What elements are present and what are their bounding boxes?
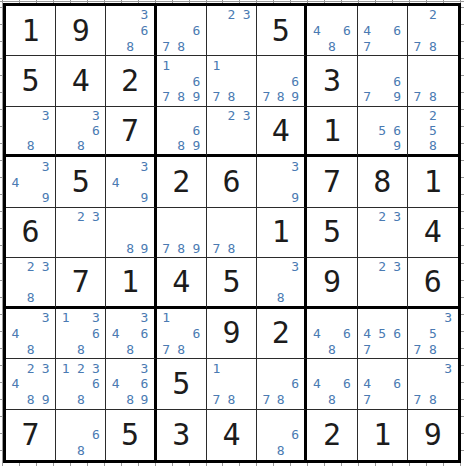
cell-r2c8[interactable]: 679	[358, 56, 408, 106]
pencil-mark: 3	[288, 259, 302, 274]
pencil-mark	[239, 392, 254, 408]
pencil-mark	[38, 325, 53, 341]
pencil-mark	[425, 376, 440, 392]
pencil-mark: 4	[309, 23, 324, 39]
big-digit: 6	[22, 217, 40, 247]
pencil-mark: 3	[38, 259, 53, 274]
big-digit: 7	[22, 420, 40, 450]
pencil-grid: 1368	[58, 310, 103, 357]
cell-r3c2[interactable]: 368	[56, 107, 106, 157]
pencil-mark	[209, 23, 224, 39]
pencil-grid: 39	[259, 158, 302, 205]
pencil-mark	[8, 123, 23, 138]
pencil-mark: 8	[73, 341, 88, 357]
pencil-mark	[259, 57, 273, 73]
pencil-mark: 8	[224, 89, 239, 105]
pencil-mark	[274, 158, 288, 174]
pencil-grid: 23	[209, 7, 254, 54]
pencil-mark	[224, 23, 239, 39]
big-digit: 4	[172, 267, 190, 297]
pencil-mark: 2	[73, 209, 88, 225]
cell-r7c1[interactable]: 348	[6, 309, 56, 359]
pencil-mark	[58, 240, 73, 256]
pencil-mark	[360, 290, 375, 305]
pencil-mark	[137, 174, 151, 190]
cell-r8c9[interactable]: 378	[408, 359, 458, 409]
cell-r2c1[interactable]: 5	[6, 56, 56, 106]
pencil-mark: 6	[88, 427, 103, 443]
pencil-mark	[58, 325, 73, 341]
pencil-mark	[58, 209, 73, 225]
cell-r5c6[interactable]: 1	[257, 208, 307, 258]
cell-r1c1[interactable]: 1	[6, 6, 56, 56]
cell-r8c3[interactable]: 34689	[106, 359, 156, 409]
pencil-mark	[209, 39, 224, 55]
pencil-mark	[8, 274, 23, 289]
pencil-mark	[8, 392, 23, 408]
cell-r6c9[interactable]: 6	[408, 258, 458, 308]
cell-r2c4[interactable]: 16789	[157, 56, 207, 106]
cell-r2c5[interactable]: 178	[207, 56, 257, 106]
cell-r1c7[interactable]: 468	[307, 6, 357, 56]
cell-r9c1[interactable]: 7	[6, 410, 56, 460]
pencil-mark: 1	[209, 57, 224, 73]
pencil-mark	[288, 274, 302, 289]
pencil-mark	[8, 259, 23, 274]
pencil-mark	[189, 209, 204, 225]
cell-r8c8[interactable]: 467	[358, 359, 408, 409]
cell-r7c8[interactable]: 4567	[358, 309, 408, 359]
pencil-mark	[8, 341, 23, 357]
pencil-mark	[259, 259, 273, 274]
pencil-mark	[58, 108, 73, 123]
cell-r4c2[interactable]: 5	[56, 157, 106, 207]
big-digit: 9	[72, 16, 90, 46]
big-digit: 3	[172, 420, 190, 450]
cell-r5c7[interactable]: 5	[307, 208, 357, 258]
pencil-mark: 6	[390, 376, 405, 392]
pencil-mark	[209, 225, 224, 241]
pencil-mark: 8	[224, 240, 239, 256]
pencil-grid: 679	[360, 57, 405, 104]
pencil-mark: 6	[288, 427, 302, 443]
pencil-grid: 23489	[8, 360, 53, 407]
cell-r7c4[interactable]: 1678	[157, 309, 207, 359]
cell-r2c2[interactable]: 4	[56, 56, 106, 106]
pencil-mark: 3	[38, 158, 53, 174]
pencil-mark	[441, 325, 456, 341]
big-digit: 2	[323, 420, 341, 450]
cell-r6c4[interactable]: 4	[157, 258, 207, 308]
pencil-mark	[309, 341, 324, 357]
cell-r6c1[interactable]: 238	[6, 258, 56, 308]
pencil-mark	[88, 225, 103, 241]
pencil-mark	[390, 39, 405, 55]
cell-r7c5[interactable]: 9	[207, 309, 257, 359]
cell-r1c9[interactable]: 278	[408, 6, 458, 56]
pencil-grid: 789	[159, 209, 204, 256]
cell-r1c2[interactable]: 9	[56, 6, 106, 56]
pencil-mark	[38, 274, 53, 289]
cell-r5c3[interactable]: 89	[106, 208, 156, 258]
pencil-mark: 9	[288, 190, 302, 206]
pencil-mark: 1	[58, 310, 73, 326]
cell-r2c9[interactable]: 78	[408, 56, 458, 106]
cell-r6c8[interactable]: 23	[358, 258, 408, 308]
cell-r9c2[interactable]: 68	[56, 410, 106, 460]
cell-r5c9[interactable]: 4	[408, 208, 458, 258]
pencil-mark: 2	[73, 360, 88, 376]
pencil-mark	[390, 274, 405, 289]
pencil-mark	[88, 240, 103, 256]
pencil-grid: 3468	[108, 310, 151, 357]
pencil-mark	[58, 341, 73, 357]
pencil-mark	[288, 443, 302, 459]
cell-r4c9[interactable]: 1	[408, 157, 458, 207]
pencil-mark	[174, 108, 189, 123]
cell-r7c6[interactable]: 2	[257, 309, 307, 359]
pencil-mark: 5	[425, 123, 440, 138]
pencil-mark	[339, 310, 354, 326]
pencil-mark	[8, 158, 23, 174]
pencil-mark	[259, 411, 273, 427]
cell-r5c5[interactable]: 78	[207, 208, 257, 258]
pencil-mark	[375, 274, 390, 289]
pencil-mark: 7	[410, 341, 425, 357]
pencil-mark: 6	[339, 23, 354, 39]
cell-r6c5[interactable]: 5	[207, 258, 257, 308]
pencil-mark	[360, 225, 375, 241]
pencil-mark	[390, 240, 405, 256]
pencil-mark	[274, 411, 288, 427]
pencil-mark	[360, 138, 375, 153]
pencil-mark	[425, 310, 440, 326]
pencil-mark	[239, 123, 254, 138]
pencil-mark: 9	[189, 138, 204, 153]
pencil-mark: 4	[108, 376, 122, 392]
pencil-mark	[390, 57, 405, 73]
cell-r9c6[interactable]: 68	[257, 410, 307, 460]
pencil-grid: 6789	[259, 57, 302, 104]
pencil-mark: 3	[137, 158, 151, 174]
pencil-mark	[123, 360, 137, 376]
pencil-mark: 6	[390, 123, 405, 138]
big-digit: 7	[121, 116, 139, 146]
cell-r4c4[interactable]: 2	[157, 157, 207, 207]
cell-r8c4[interactable]: 5	[157, 359, 207, 409]
pencil-mark: 5	[375, 325, 390, 341]
pencil-mark: 7	[159, 89, 174, 105]
cell-r3c8[interactable]: 569	[358, 107, 408, 157]
pencil-mark	[38, 123, 53, 138]
pencil-mark	[259, 376, 273, 392]
pencil-mark	[224, 57, 239, 73]
cell-r9c9[interactable]: 9	[408, 410, 458, 460]
pencil-mark	[159, 7, 174, 23]
pencil-mark	[23, 310, 38, 326]
pencil-mark	[239, 89, 254, 105]
pencil-mark	[58, 123, 73, 138]
pencil-mark: 9	[189, 89, 204, 105]
cell-r5c2[interactable]: 23	[56, 208, 106, 258]
pencil-mark	[8, 290, 23, 305]
pencil-mark	[410, 57, 425, 73]
pencil-mark	[324, 7, 339, 23]
pencil-mark	[410, 138, 425, 153]
cell-r8c6[interactable]: 678	[257, 359, 307, 409]
pencil-mark	[375, 360, 390, 376]
pencil-mark: 8	[425, 392, 440, 408]
pencil-mark	[224, 123, 239, 138]
pencil-mark	[239, 23, 254, 39]
cell-r3c5[interactable]: 23	[207, 107, 257, 157]
cell-r6c6[interactable]: 38	[257, 258, 307, 308]
pencil-mark	[239, 73, 254, 89]
cell-r9c5[interactable]: 4	[207, 410, 257, 460]
pencil-grid: 378	[410, 360, 456, 407]
pencil-mark	[259, 158, 273, 174]
pencil-mark	[23, 190, 38, 206]
pencil-mark	[375, 108, 390, 123]
pencil-mark	[309, 39, 324, 55]
pencil-mark	[189, 108, 204, 123]
pencil-mark	[390, 341, 405, 357]
pencil-mark: 1	[159, 310, 174, 326]
pencil-mark	[375, 23, 390, 39]
pencil-mark	[38, 138, 53, 153]
cell-r1c4[interactable]: 678	[157, 6, 207, 56]
pencil-grid: 23	[58, 209, 103, 256]
pencil-grid: 238	[8, 259, 53, 304]
pencil-grid: 178	[209, 57, 254, 104]
pencil-mark: 2	[375, 259, 390, 274]
pencil-mark	[288, 174, 302, 190]
pencil-mark	[73, 411, 88, 427]
pencil-mark: 8	[425, 89, 440, 105]
pencil-mark	[209, 376, 224, 392]
pencil-mark	[360, 7, 375, 23]
pencil-mark: 8	[23, 138, 38, 153]
big-digit: 2	[172, 167, 190, 197]
cell-r1c3[interactable]: 368	[106, 6, 156, 56]
pencil-mark	[123, 325, 137, 341]
cell-r8c1[interactable]: 23489	[6, 359, 56, 409]
pencil-mark: 4	[309, 376, 324, 392]
pencil-mark: 9	[288, 89, 302, 105]
big-digit: 7	[72, 267, 90, 297]
pencil-mark	[390, 108, 405, 123]
pencil-mark	[224, 39, 239, 55]
pencil-mark: 2	[23, 259, 38, 274]
cell-r8c2[interactable]: 12368	[56, 359, 106, 409]
pencil-mark	[137, 209, 151, 225]
cell-r4c6[interactable]: 39	[257, 157, 307, 207]
pencil-mark	[239, 57, 254, 73]
pencil-mark: 2	[375, 209, 390, 225]
pencil-mark	[259, 290, 273, 305]
pencil-mark	[274, 190, 288, 206]
pencil-grid: 258	[410, 108, 456, 153]
cell-r1c8[interactable]: 467	[358, 6, 408, 56]
cell-r7c7[interactable]: 468	[307, 309, 357, 359]
pencil-mark: 8	[425, 341, 440, 357]
pencil-mark: 6	[88, 325, 103, 341]
pencil-mark	[58, 427, 73, 443]
big-digit: 6	[222, 167, 240, 197]
pencil-mark	[58, 392, 73, 408]
pencil-mark	[324, 310, 339, 326]
pencil-mark	[339, 341, 354, 357]
pencil-grid: 68	[259, 411, 302, 459]
cell-r6c3[interactable]: 1	[106, 258, 156, 308]
cell-r1c6[interactable]: 5	[257, 6, 307, 56]
pencil-mark	[441, 376, 456, 392]
pencil-mark: 6	[189, 325, 204, 341]
cell-r5c8[interactable]: 23	[358, 208, 408, 258]
pencil-mark	[239, 209, 254, 225]
pencil-mark	[23, 123, 38, 138]
pencil-mark	[274, 274, 288, 289]
pencil-mark: 3	[88, 360, 103, 376]
pencil-mark	[309, 310, 324, 326]
cell-r3c4[interactable]: 689	[157, 107, 207, 157]
pencil-mark: 7	[209, 240, 224, 256]
pencil-mark	[239, 240, 254, 256]
pencil-mark: 8	[174, 39, 189, 55]
cell-r6c7[interactable]: 9	[307, 258, 357, 308]
cell-r2c6[interactable]: 6789	[257, 56, 307, 106]
pencil-grid: 23	[209, 108, 254, 153]
pencil-mark	[73, 427, 88, 443]
pencil-mark: 8	[425, 138, 440, 153]
pencil-mark: 3	[288, 158, 302, 174]
pencil-mark	[324, 360, 339, 376]
pencil-mark	[259, 73, 273, 89]
cell-r7c9[interactable]: 3578	[408, 309, 458, 359]
pencil-mark	[123, 376, 137, 392]
big-digit: 1	[121, 267, 139, 297]
pencil-mark: 3	[441, 310, 456, 326]
cell-r4c8[interactable]: 8	[358, 157, 408, 207]
pencil-mark	[259, 174, 273, 190]
pencil-mark	[441, 341, 456, 357]
pencil-mark	[189, 7, 204, 23]
pencil-grid: 689	[159, 108, 204, 153]
pencil-mark	[108, 39, 122, 55]
sudoku-app: 1936867823546846727854216789178678936797…	[0, 0, 464, 466]
pencil-mark	[209, 123, 224, 138]
pencil-mark: 1	[209, 360, 224, 376]
cell-r1c5[interactable]: 23	[207, 6, 257, 56]
cell-r3c3[interactable]: 7	[106, 107, 156, 157]
pencil-mark	[88, 392, 103, 408]
pencil-mark: 7	[159, 341, 174, 357]
pencil-mark: 3	[88, 310, 103, 326]
cell-r2c3[interactable]: 2	[106, 56, 156, 106]
pencil-mark: 8	[425, 39, 440, 55]
sudoku-board: 1936867823546846727854216789178678936797…	[3, 3, 461, 463]
pencil-mark	[375, 392, 390, 408]
cell-r6c2[interactable]: 7	[56, 258, 106, 308]
pencil-mark	[375, 39, 390, 55]
big-digit: 4	[272, 116, 290, 146]
pencil-mark	[339, 7, 354, 23]
pencil-mark	[288, 290, 302, 305]
pencil-mark: 3	[239, 108, 254, 123]
pencil-mark: 6	[137, 23, 151, 39]
cell-r3c7[interactable]: 1	[307, 107, 357, 157]
cell-r3c9[interactable]: 258	[408, 107, 458, 157]
pencil-mark	[174, 57, 189, 73]
pencil-mark	[189, 310, 204, 326]
pencil-mark: 3	[239, 7, 254, 23]
pencil-mark: 8	[123, 39, 137, 55]
pencil-mark	[410, 108, 425, 123]
cell-r8c7[interactable]: 468	[307, 359, 357, 409]
pencil-mark: 4	[108, 325, 122, 341]
pencil-mark: 8	[73, 443, 88, 459]
pencil-grid: 278	[410, 7, 456, 54]
big-digit: 1	[424, 167, 442, 197]
pencil-mark	[425, 23, 440, 39]
pencil-mark: 3	[390, 259, 405, 274]
cell-r5c4[interactable]: 789	[157, 208, 207, 258]
pencil-mark	[360, 259, 375, 274]
cell-r7c2[interactable]: 1368	[56, 309, 106, 359]
pencil-grid: 178	[209, 360, 254, 407]
pencil-mark	[259, 443, 273, 459]
pencil-mark: 6	[288, 376, 302, 392]
pencil-mark	[441, 73, 456, 89]
pencil-mark	[441, 39, 456, 55]
pencil-mark: 7	[259, 89, 273, 105]
cell-r4c3[interactable]: 349	[106, 157, 156, 207]
pencil-mark	[360, 73, 375, 89]
cell-r5c1[interactable]: 6	[6, 208, 56, 258]
pencil-mark: 4	[8, 174, 23, 190]
cell-r9c3[interactable]: 5	[106, 410, 156, 460]
cell-r4c7[interactable]: 7	[307, 157, 357, 207]
pencil-mark	[441, 392, 456, 408]
pencil-mark: 3	[441, 360, 456, 376]
pencil-mark: 7	[259, 392, 273, 408]
pencil-mark	[108, 392, 122, 408]
pencil-mark: 6	[137, 325, 151, 341]
pencil-mark	[274, 360, 288, 376]
cell-r3c1[interactable]: 38	[6, 107, 56, 157]
cell-r9c7[interactable]: 2	[307, 410, 357, 460]
cell-r2c7[interactable]: 3	[307, 56, 357, 106]
cell-r3c6[interactable]: 4	[257, 107, 307, 157]
pencil-mark	[339, 360, 354, 376]
cell-r4c5[interactable]: 6	[207, 157, 257, 207]
cell-r9c4[interactable]: 3	[157, 410, 207, 460]
cell-r9c8[interactable]: 1	[358, 410, 408, 460]
pencil-mark	[88, 341, 103, 357]
pencil-mark	[174, 310, 189, 326]
cell-r4c1[interactable]: 349	[6, 157, 56, 207]
cell-r8c5[interactable]: 178	[207, 359, 257, 409]
big-digit: 2	[272, 318, 290, 348]
pencil-mark	[123, 174, 137, 190]
pencil-mark: 8	[324, 392, 339, 408]
pencil-grid: 678	[259, 360, 302, 407]
cell-r7c3[interactable]: 3468	[106, 309, 156, 359]
pencil-grid: 38	[8, 108, 53, 153]
pencil-mark	[339, 392, 354, 408]
pencil-grid: 3578	[410, 310, 456, 357]
pencil-mark	[8, 190, 23, 206]
